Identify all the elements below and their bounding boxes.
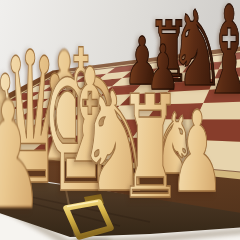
chess-set-photo: defgh ♟♜♟♞♝♝♟♛♚♝♞♞♜♟♟ — [0, 0, 240, 240]
piece-light-pawn-c1[interactable]: ♟ — [0, 82, 44, 230]
pieces-layer: ♟♜♟♞♝♝♟♛♚♝♞♞♜♟♟ — [0, 0, 240, 240]
piece-light-pawn-h1[interactable]: ♟ — [169, 96, 224, 208]
